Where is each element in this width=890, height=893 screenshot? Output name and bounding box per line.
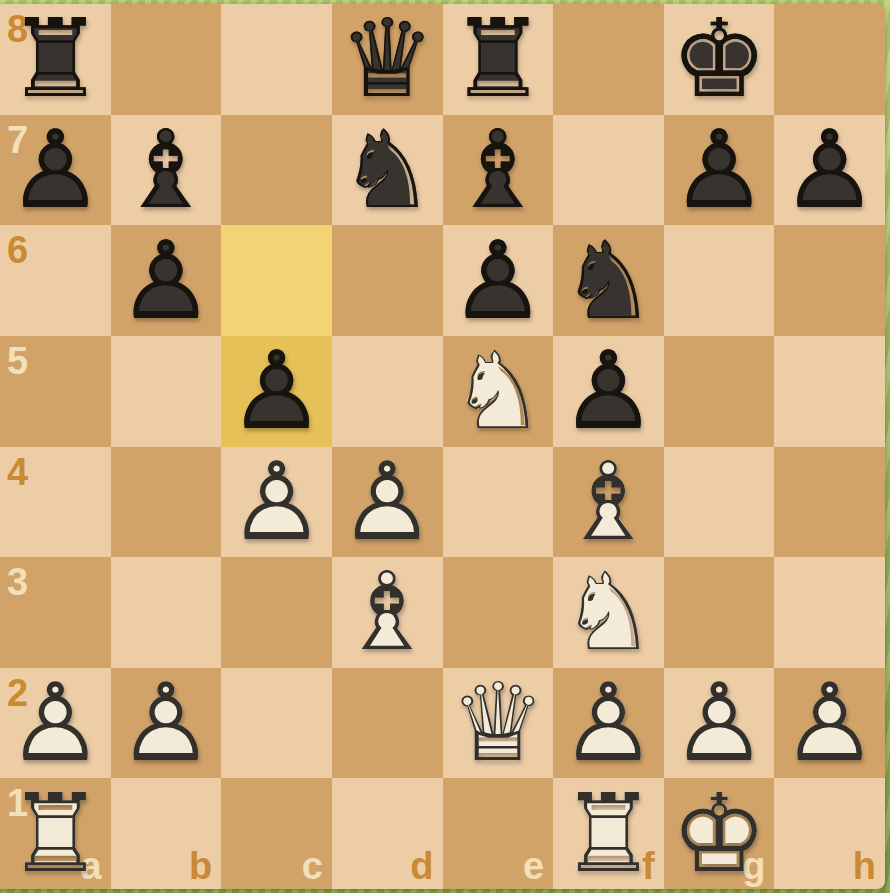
piece-outline-glyph: ♖ — [560, 779, 657, 889]
square-g1[interactable]: g♚♔ — [664, 778, 775, 889]
piece-outline-glyph: ♙ — [339, 447, 436, 557]
rank-label-6: 6 — [7, 231, 28, 269]
piece-outline-glyph: ♔ — [671, 4, 768, 114]
square-e8[interactable]: ♜♖ — [443, 4, 554, 115]
square-h4[interactable] — [774, 447, 885, 558]
rank-label-3: 3 — [7, 563, 28, 601]
square-g2[interactable]: ♟♙ — [664, 668, 775, 779]
square-g4[interactable] — [664, 447, 775, 558]
piece-outline-glyph: ♘ — [560, 226, 657, 336]
piece-outline-glyph: ♘ — [449, 336, 546, 446]
square-c1[interactable]: c — [221, 778, 332, 889]
black-pawn[interactable]: ♟♙ — [0, 115, 111, 226]
white-pawn[interactable]: ♟♙ — [0, 668, 111, 779]
black-king[interactable]: ♚♔ — [664, 4, 775, 115]
piece-outline-glyph: ♙ — [560, 668, 657, 778]
black-rook[interactable]: ♜♖ — [0, 4, 111, 115]
square-d2[interactable] — [332, 668, 443, 779]
square-e3[interactable] — [443, 557, 554, 668]
piece-outline-glyph: ♗ — [560, 447, 657, 557]
square-a1[interactable]: 1a♜♖ — [0, 778, 111, 889]
square-f5[interactable]: ♟♙ — [553, 336, 664, 447]
square-a2[interactable]: 2♟♙ — [0, 668, 111, 779]
square-a4[interactable]: 4 — [0, 447, 111, 558]
square-h3[interactable] — [774, 557, 885, 668]
square-b1[interactable]: b — [111, 778, 222, 889]
square-h8[interactable] — [774, 4, 885, 115]
square-h6[interactable] — [774, 225, 885, 336]
square-d8[interactable]: ♛♕ — [332, 4, 443, 115]
file-label-h: h — [853, 847, 876, 885]
white-bishop[interactable]: ♝♗ — [332, 557, 443, 668]
square-g3[interactable] — [664, 557, 775, 668]
chess-board: 8♜♖♛♕♜♖♚♔7♟♙♝♗♞♘♝♗♟♙♟♙6♟♙♟♙♞♘5♟♙♞♘♟♙4♟♙♟… — [0, 4, 885, 889]
piece-outline-glyph: ♗ — [118, 115, 215, 225]
file-label-b: b — [189, 847, 212, 885]
square-c7[interactable] — [221, 115, 332, 226]
square-d4[interactable]: ♟♙ — [332, 447, 443, 558]
file-label-e: e — [523, 847, 544, 885]
square-h7[interactable]: ♟♙ — [774, 115, 885, 226]
square-e1[interactable]: e — [443, 778, 554, 889]
white-king[interactable]: ♚♔ — [664, 778, 775, 889]
square-d3[interactable]: ♝♗ — [332, 557, 443, 668]
piece-outline-glyph: ♙ — [449, 226, 546, 336]
black-pawn[interactable]: ♟♙ — [553, 336, 664, 447]
square-c6[interactable] — [221, 225, 332, 336]
black-pawn[interactable]: ♟♙ — [664, 115, 775, 226]
black-queen[interactable]: ♛♕ — [332, 4, 443, 115]
square-c8[interactable] — [221, 4, 332, 115]
white-pawn[interactable]: ♟♙ — [332, 447, 443, 558]
black-pawn[interactable]: ♟♙ — [443, 225, 554, 336]
white-knight[interactable]: ♞♘ — [443, 336, 554, 447]
piece-outline-glyph: ♔ — [671, 779, 768, 889]
black-pawn[interactable]: ♟♙ — [221, 336, 332, 447]
square-f6[interactable]: ♞♘ — [553, 225, 664, 336]
black-pawn[interactable]: ♟♙ — [111, 225, 222, 336]
square-e5[interactable]: ♞♘ — [443, 336, 554, 447]
piece-outline-glyph: ♘ — [339, 115, 436, 225]
piece-outline-glyph: ♕ — [339, 4, 436, 114]
piece-outline-glyph: ♙ — [118, 226, 215, 336]
piece-outline-glyph: ♙ — [7, 115, 104, 225]
piece-outline-glyph: ♖ — [7, 4, 104, 114]
white-pawn[interactable]: ♟♙ — [664, 668, 775, 779]
white-pawn[interactable]: ♟♙ — [111, 668, 222, 779]
square-a5[interactable]: 5 — [0, 336, 111, 447]
square-g5[interactable] — [664, 336, 775, 447]
white-knight[interactable]: ♞♘ — [553, 557, 664, 668]
white-bishop[interactable]: ♝♗ — [553, 447, 664, 558]
square-g8[interactable]: ♚♔ — [664, 4, 775, 115]
file-label-d: d — [410, 847, 433, 885]
rank-label-4: 4 — [7, 453, 28, 491]
piece-outline-glyph: ♗ — [339, 557, 436, 667]
square-c3[interactable] — [221, 557, 332, 668]
piece-outline-glyph: ♙ — [118, 668, 215, 778]
white-pawn[interactable]: ♟♙ — [553, 668, 664, 779]
white-rook[interactable]: ♜♖ — [0, 778, 111, 889]
white-rook[interactable]: ♜♖ — [553, 778, 664, 889]
square-f2[interactable]: ♟♙ — [553, 668, 664, 779]
piece-outline-glyph: ♙ — [781, 668, 878, 778]
square-a7[interactable]: 7♟♙ — [0, 115, 111, 226]
square-h2[interactable]: ♟♙ — [774, 668, 885, 779]
square-b7[interactable]: ♝♗ — [111, 115, 222, 226]
black-bishop[interactable]: ♝♗ — [111, 115, 222, 226]
piece-outline-glyph: ♙ — [7, 668, 104, 778]
square-e7[interactable]: ♝♗ — [443, 115, 554, 226]
square-d1[interactable]: d — [332, 778, 443, 889]
square-e6[interactable]: ♟♙ — [443, 225, 554, 336]
square-f1[interactable]: f♜♖ — [553, 778, 664, 889]
rank-label-5: 5 — [7, 342, 28, 380]
square-a8[interactable]: 8♜♖ — [0, 4, 111, 115]
square-h5[interactable] — [774, 336, 885, 447]
square-h1[interactable]: h — [774, 778, 885, 889]
square-b3[interactable] — [111, 557, 222, 668]
square-d5[interactable] — [332, 336, 443, 447]
square-d7[interactable]: ♞♘ — [332, 115, 443, 226]
square-g6[interactable] — [664, 225, 775, 336]
white-pawn[interactable]: ♟♙ — [774, 668, 885, 779]
black-pawn[interactable]: ♟♙ — [774, 115, 885, 226]
square-g7[interactable]: ♟♙ — [664, 115, 775, 226]
black-rook[interactable]: ♜♖ — [443, 4, 554, 115]
piece-outline-glyph: ♗ — [449, 115, 546, 225]
piece-outline-glyph: ♕ — [449, 668, 546, 778]
square-a6[interactable]: 6 — [0, 225, 111, 336]
piece-outline-glyph: ♖ — [449, 4, 546, 114]
black-knight[interactable]: ♞♘ — [332, 115, 443, 226]
square-e2[interactable]: ♛♕ — [443, 668, 554, 779]
square-d6[interactable] — [332, 225, 443, 336]
black-knight[interactable]: ♞♘ — [553, 225, 664, 336]
square-f4[interactable]: ♝♗ — [553, 447, 664, 558]
piece-outline-glyph: ♙ — [671, 668, 768, 778]
square-b8[interactable] — [111, 4, 222, 115]
square-b4[interactable] — [111, 447, 222, 558]
white-pawn[interactable]: ♟♙ — [221, 447, 332, 558]
square-c5[interactable]: ♟♙ — [221, 336, 332, 447]
piece-outline-glyph: ♘ — [560, 557, 657, 667]
piece-outline-glyph: ♙ — [671, 115, 768, 225]
square-e4[interactable] — [443, 447, 554, 558]
piece-outline-glyph: ♙ — [228, 336, 325, 446]
square-f7[interactable] — [553, 115, 664, 226]
square-a3[interactable]: 3 — [0, 557, 111, 668]
piece-outline-glyph: ♙ — [781, 115, 878, 225]
square-f8[interactable] — [553, 4, 664, 115]
square-c4[interactable]: ♟♙ — [221, 447, 332, 558]
file-label-c: c — [302, 847, 323, 885]
square-b6[interactable]: ♟♙ — [111, 225, 222, 336]
black-bishop[interactable]: ♝♗ — [443, 115, 554, 226]
square-b2[interactable]: ♟♙ — [111, 668, 222, 779]
white-queen[interactable]: ♛♕ — [443, 668, 554, 779]
piece-outline-glyph: ♙ — [228, 447, 325, 557]
page-background: 8♜♖♛♕♜♖♚♔7♟♙♝♗♞♘♝♗♟♙♟♙6♟♙♟♙♞♘5♟♙♞♘♟♙4♟♙♟… — [0, 0, 890, 893]
piece-outline-glyph: ♖ — [7, 779, 104, 889]
square-b5[interactable] — [111, 336, 222, 447]
square-f3[interactable]: ♞♘ — [553, 557, 664, 668]
square-c2[interactable] — [221, 668, 332, 779]
piece-outline-glyph: ♙ — [560, 336, 657, 446]
